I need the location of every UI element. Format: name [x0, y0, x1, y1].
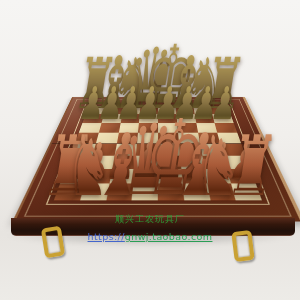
watermark-factory-name: 顺兴工农玩具厂 [0, 213, 300, 226]
chess-set-product-photo: ♜♝♞♛♚♝♞♜♟♟♟♟♟♟♟♟♟♟♟♟♟♟♟♟♜♞♝♛♚♝♞♜ 顺兴工农玩具厂… [0, 0, 300, 300]
url-scheme: https:// [88, 231, 125, 242]
url-domain: gnwj.taobao.com [125, 231, 213, 242]
piece-wR: ♜ [219, 142, 275, 205]
watermark-url: https://gnwj.taobao.com [0, 231, 300, 242]
